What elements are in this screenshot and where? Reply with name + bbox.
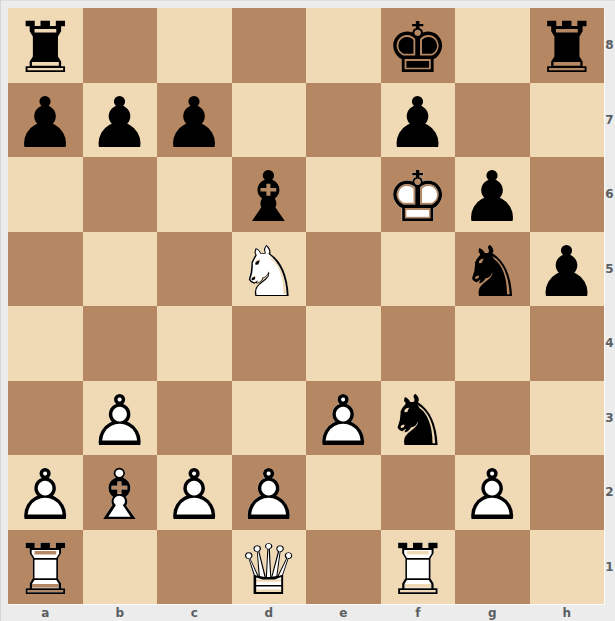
piece-white-knight[interactable]: ♞♘ <box>232 232 307 307</box>
square-b1[interactable] <box>83 530 158 605</box>
rank-label-6: 6 <box>604 157 615 232</box>
square-b5[interactable] <box>83 232 158 307</box>
square-d5[interactable]: ♞♘ <box>232 232 307 307</box>
piece-black-pawn[interactable]: ♟ <box>381 83 456 158</box>
square-h7[interactable] <box>530 83 605 158</box>
rank-label-4: 4 <box>604 306 615 381</box>
square-g6[interactable]: ♟ <box>455 157 530 232</box>
piece-white-pawn[interactable]: ♟♙ <box>157 455 232 530</box>
square-d7[interactable] <box>232 83 307 158</box>
square-e1[interactable] <box>306 530 381 605</box>
piece-white-pawn[interactable]: ♟♙ <box>232 455 307 530</box>
file-label-f: f <box>381 604 456 621</box>
square-a3[interactable] <box>8 381 83 456</box>
piece-black-pawn[interactable]: ♟ <box>157 83 232 158</box>
file-label-c: c <box>157 604 232 621</box>
square-f4[interactable] <box>381 306 456 381</box>
square-f2[interactable] <box>381 455 456 530</box>
square-g1[interactable] <box>455 530 530 605</box>
rank-label-1: 1 <box>604 530 615 605</box>
file-label-e: e <box>306 604 381 621</box>
square-c5[interactable] <box>157 232 232 307</box>
square-b6[interactable] <box>83 157 158 232</box>
square-f7[interactable]: ♟ <box>381 83 456 158</box>
square-e5[interactable] <box>306 232 381 307</box>
piece-white-king[interactable]: ♚♔ <box>381 157 456 232</box>
piece-white-queen[interactable]: ♛♕ <box>232 530 307 605</box>
square-h8[interactable]: ♜ <box>530 8 605 83</box>
square-e7[interactable] <box>306 83 381 158</box>
square-d1[interactable]: ♛♕ <box>232 530 307 605</box>
square-h3[interactable] <box>530 381 605 456</box>
square-b3[interactable]: ♟♙ <box>83 381 158 456</box>
file-label-a: a <box>8 604 83 621</box>
square-g5[interactable]: ♞ <box>455 232 530 307</box>
square-h6[interactable] <box>530 157 605 232</box>
square-h2[interactable] <box>530 455 605 530</box>
square-c8[interactable] <box>157 8 232 83</box>
square-a2[interactable]: ♟♙ <box>8 455 83 530</box>
piece-black-rook[interactable]: ♜ <box>8 8 83 83</box>
piece-white-pawn[interactable]: ♟♙ <box>8 455 83 530</box>
square-a8[interactable]: ♜ <box>8 8 83 83</box>
square-d6[interactable]: ♝ <box>232 157 307 232</box>
piece-black-rook[interactable]: ♜ <box>530 8 605 83</box>
piece-black-king[interactable]: ♚ <box>381 8 456 83</box>
square-c1[interactable] <box>157 530 232 605</box>
square-g8[interactable] <box>455 8 530 83</box>
rank-label-8: 8 <box>604 8 615 83</box>
file-label-g: g <box>455 604 530 621</box>
square-e4[interactable] <box>306 306 381 381</box>
square-f8[interactable]: ♚ <box>381 8 456 83</box>
square-g3[interactable] <box>455 381 530 456</box>
piece-black-bishop[interactable]: ♝ <box>232 157 307 232</box>
rank-labels: 8 7 6 5 4 3 2 1 <box>604 8 615 604</box>
rank-label-2: 2 <box>604 455 615 530</box>
piece-white-rook[interactable]: ♜♖ <box>8 530 83 605</box>
piece-black-pawn[interactable]: ♟ <box>530 232 605 307</box>
rank-label-7: 7 <box>604 83 615 158</box>
piece-black-pawn[interactable]: ♟ <box>455 157 530 232</box>
square-d2[interactable]: ♟♙ <box>232 455 307 530</box>
rank-label-5: 5 <box>604 232 615 307</box>
square-f5[interactable] <box>381 232 456 307</box>
square-c7[interactable]: ♟ <box>157 83 232 158</box>
file-labels: a b c d e f g h <box>8 604 604 621</box>
chess-board: ♜♚♜♟♟♟♟♝♚♔♟♞♘♞♟♟♙♟♙♞♟♙♝♗♟♙♟♙♟♙♜♖♛♕♜♖ <box>8 8 604 604</box>
square-f6[interactable]: ♚♔ <box>381 157 456 232</box>
square-c2[interactable]: ♟♙ <box>157 455 232 530</box>
square-c3[interactable] <box>157 381 232 456</box>
square-a5[interactable] <box>8 232 83 307</box>
square-c4[interactable] <box>157 306 232 381</box>
square-e6[interactable] <box>306 157 381 232</box>
square-a6[interactable] <box>8 157 83 232</box>
square-h4[interactable] <box>530 306 605 381</box>
piece-white-pawn[interactable]: ♟♙ <box>455 455 530 530</box>
square-g2[interactable]: ♟♙ <box>455 455 530 530</box>
square-a1[interactable]: ♜♖ <box>8 530 83 605</box>
square-d8[interactable] <box>232 8 307 83</box>
square-b4[interactable] <box>83 306 158 381</box>
chess-app-window: ♜♚♜♟♟♟♟♝♚♔♟♞♘♞♟♟♙♟♙♞♟♙♝♗♟♙♟♙♟♙♜♖♛♕♜♖ 8 7… <box>0 0 615 621</box>
square-b7[interactable]: ♟ <box>83 83 158 158</box>
square-d3[interactable] <box>232 381 307 456</box>
square-g7[interactable] <box>455 83 530 158</box>
square-e2[interactable] <box>306 455 381 530</box>
square-f1[interactable]: ♜♖ <box>381 530 456 605</box>
square-e8[interactable] <box>306 8 381 83</box>
piece-black-knight[interactable]: ♞ <box>455 232 530 307</box>
piece-black-pawn[interactable]: ♟ <box>8 83 83 158</box>
square-h5[interactable]: ♟ <box>530 232 605 307</box>
piece-white-bishop[interactable]: ♝♗ <box>83 455 158 530</box>
piece-white-rook[interactable]: ♜♖ <box>381 530 456 605</box>
file-label-b: b <box>83 604 158 621</box>
square-f3[interactable]: ♞ <box>381 381 456 456</box>
square-h1[interactable] <box>530 530 605 605</box>
piece-black-pawn[interactable]: ♟ <box>83 83 158 158</box>
square-e3[interactable]: ♟♙ <box>306 381 381 456</box>
square-b2[interactable]: ♝♗ <box>83 455 158 530</box>
rank-label-3: 3 <box>604 381 615 456</box>
square-a7[interactable]: ♟ <box>8 83 83 158</box>
file-label-d: d <box>232 604 307 621</box>
square-b8[interactable] <box>83 8 158 83</box>
piece-black-knight[interactable]: ♞ <box>381 381 456 456</box>
piece-white-pawn[interactable]: ♟♙ <box>306 381 381 456</box>
square-g4[interactable] <box>455 306 530 381</box>
square-a4[interactable] <box>8 306 83 381</box>
file-label-h: h <box>530 604 605 621</box>
square-c6[interactable] <box>157 157 232 232</box>
piece-white-pawn[interactable]: ♟♙ <box>83 381 158 456</box>
square-d4[interactable] <box>232 306 307 381</box>
